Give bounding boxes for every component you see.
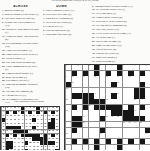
cell-number: 23: [134, 99, 136, 101]
grid-cell[interactable]: [145, 76, 150, 81]
solution-letter: C: [6, 138, 8, 141]
clue-item: 33 Short lyric poem (3): [92, 56, 149, 59]
grid-cell[interactable]: [77, 82, 82, 87]
grid-cell[interactable]: [128, 128, 133, 133]
grid-cell[interactable]: [77, 76, 82, 81]
clue-item: 30 Unit of heredity (4): [92, 48, 149, 51]
grid-cell[interactable]: [106, 133, 111, 138]
solution-letter: A: [52, 149, 54, 150]
grid-cell[interactable]: [145, 122, 150, 127]
grid-cell[interactable]: [89, 128, 94, 133]
clue-item: 1 Public transport vehicle (3): [43, 9, 80, 12]
clue-item: 10 See with one's own eyes (3): [92, 8, 149, 11]
solution-letter: H: [45, 107, 47, 110]
grid-cell[interactable]: 36: [77, 128, 82, 133]
black-cell: [140, 71, 145, 76]
grid-cell[interactable]: 38: [66, 133, 71, 138]
clue-text: Glass of beer (3): [45, 25, 63, 28]
solution-letter: U: [48, 138, 50, 141]
grid-cell[interactable]: [83, 128, 88, 133]
clue-item: 20 Signal assent with the head (3): [2, 53, 39, 56]
previous-solution-grid: SCARFATESHARDALEVLETECONGRATULATIONSLENT…: [0, 106, 60, 151]
solution-letter: E: [18, 123, 20, 126]
grid-cell[interactable]: [123, 128, 128, 133]
black-cell: [117, 145, 122, 150]
cell-number: 19: [94, 93, 96, 95]
grid-cell[interactable]: [94, 110, 99, 115]
grid-cell[interactable]: [134, 76, 139, 81]
solution-letter: L: [33, 130, 35, 133]
grid-cell[interactable]: 12: [94, 76, 99, 81]
grid-cell[interactable]: [106, 65, 111, 70]
grid-cell[interactable]: [77, 133, 82, 138]
grid-cell[interactable]: 3: [89, 65, 94, 70]
clue-text: Work out by reasoning (5): [45, 17, 73, 20]
grid-cell[interactable]: [89, 71, 94, 76]
clue-item: 3 Work out by reasoning (5): [43, 17, 80, 20]
grid-cell[interactable]: [145, 145, 150, 150]
grid-cell[interactable]: 11: [83, 76, 88, 81]
solution-letter: R: [3, 142, 5, 145]
black-cell: [77, 116, 82, 121]
black-cell: [83, 105, 88, 110]
solution-letter: A: [45, 130, 47, 133]
cell-number: 3: [89, 65, 90, 67]
solution-letter: A: [33, 123, 35, 126]
black-cell: [100, 116, 105, 121]
black-cell: [83, 139, 88, 144]
grid-cell[interactable]: [100, 71, 105, 76]
grid-cell[interactable]: [123, 99, 128, 104]
clue-text: Musical drama (5): [4, 9, 24, 12]
solution-letter: C: [3, 115, 5, 118]
grid-cell[interactable]: 20: [117, 93, 122, 98]
clue-item: 5 Glass of beer (3): [43, 25, 80, 28]
down-clue-column-1: DOWN 1 Public transport vehicle (3)2 Wea…: [43, 5, 80, 63]
grid-cell[interactable]: [83, 88, 88, 93]
grid-cell[interactable]: [89, 139, 94, 144]
solution-letter: E: [41, 149, 43, 150]
clue-text: Unit of heredity (4): [95, 48, 116, 51]
clue-item: 6 Loft space under the roof (5): [2, 17, 39, 20]
clue-text: For all time to come (8): [95, 40, 120, 43]
solution-letter: T: [29, 107, 31, 110]
solution-letter: S: [29, 119, 31, 122]
grid-cell[interactable]: [111, 139, 116, 144]
solution-letter: L: [7, 119, 9, 122]
black-cell: [83, 99, 88, 104]
clue-text: Careless and untidy (8): [45, 29, 70, 32]
clue-item: 17 Flightless South American bird (4): [2, 35, 39, 41]
black-cell: [140, 82, 145, 87]
solution-letter: T: [3, 149, 5, 150]
grid-cell[interactable]: 43: [123, 145, 128, 150]
clue-text: Thick sea mist (3): [5, 57, 24, 60]
grid-cell[interactable]: [106, 145, 111, 150]
grid-cell[interactable]: 21: [66, 99, 71, 104]
grid-cell[interactable]: [100, 88, 105, 93]
grid-cell[interactable]: [94, 122, 99, 127]
solution-letter: R: [14, 107, 16, 110]
grid-cell[interactable]: [100, 110, 105, 115]
clue-item: 22 One who draws up maps (8): [2, 61, 39, 64]
grid-cell[interactable]: [111, 128, 116, 133]
cell-number: 14: [117, 76, 119, 78]
black-cell: [117, 139, 122, 144]
page-byline: Weekend crossword No 28,514 set by Falco…: [0, 0, 150, 3]
solution-letter: R: [18, 149, 20, 150]
grid-cell[interactable]: [134, 82, 139, 87]
cell-number: 37: [106, 127, 108, 129]
clue-text: Make an attempt (3): [5, 76, 27, 79]
grid-cell[interactable]: [145, 93, 150, 98]
solution-letter: I: [45, 119, 46, 122]
clue-text: Sports stadium (5): [95, 60, 115, 63]
down-clue-list-1: 1 Public transport vehicle (3)2 Wear awa…: [43, 9, 80, 36]
clue-item: 18 Overwhelming election victory (12): [2, 42, 39, 48]
grid-cell[interactable]: 16: [72, 82, 77, 87]
grid-cell[interactable]: [123, 105, 128, 110]
cell-number: 43: [123, 144, 125, 146]
clue-text: See with one's own eyes (3): [95, 8, 125, 11]
black-cell: [128, 110, 133, 115]
grid-cell[interactable]: [111, 76, 116, 81]
black-cell: [72, 105, 77, 110]
grid-cell[interactable]: [145, 71, 150, 76]
solution-letter: A: [22, 126, 24, 129]
solution-letter: P: [41, 134, 43, 137]
black-cell: [111, 105, 116, 110]
clue-item: 12 Highest point reached (4): [92, 16, 149, 19]
cell-number: 7: [134, 65, 135, 67]
solution-letter: M: [29, 142, 31, 145]
grid-cell[interactable]: [134, 139, 139, 144]
clue-text: Lasting for ever (7): [5, 94, 26, 97]
grid-cell[interactable]: [106, 88, 111, 93]
solution-letter: S: [52, 138, 54, 141]
clue-text: Loft space under the roof (5): [4, 17, 35, 20]
cell-number: 9: [66, 76, 67, 78]
grid-cell[interactable]: [145, 82, 150, 87]
clue-text: Showing no thought for others (12): [5, 83, 38, 89]
grid-cell[interactable]: [66, 116, 71, 121]
cell-number: 30: [117, 116, 119, 118]
grid-cell[interactable]: 39: [100, 133, 105, 138]
grid-cell[interactable]: [111, 88, 116, 93]
cell-number: 29: [111, 116, 113, 118]
grid-cell[interactable]: [123, 71, 128, 76]
solution-letter: N: [33, 149, 35, 150]
clue-text: Wear away over time (5): [45, 13, 71, 16]
grid-cell[interactable]: [111, 71, 116, 76]
grid-cell[interactable]: [128, 99, 133, 104]
solution-letter: A: [29, 130, 31, 133]
across-header: ACROSS: [2, 5, 39, 9]
grid-cell[interactable]: [72, 133, 77, 138]
down-clue-column-2: 8 Thoughtfulness for other people (11)10…: [92, 5, 149, 63]
grid-cell[interactable]: [123, 133, 128, 138]
grid-cell[interactable]: 35: [140, 122, 145, 127]
cell-number: 16: [72, 82, 74, 84]
clue-text: Wireless set in the kitchen (5): [95, 20, 127, 23]
grid-cell[interactable]: [89, 88, 94, 93]
black-cell: [72, 116, 77, 121]
solution-letter: I: [22, 119, 23, 122]
grid-cell[interactable]: [83, 133, 88, 138]
cell-number: 35: [140, 122, 142, 124]
clue-item: 4 Mineral spring at a spa resort (3): [2, 13, 39, 16]
solution-letter: R: [56, 119, 58, 122]
grid-cell[interactable]: [123, 82, 128, 87]
grid-cell[interactable]: 42: [100, 145, 105, 150]
grid-cell[interactable]: 24: [89, 105, 94, 110]
grid-cell[interactable]: [140, 128, 145, 133]
grid-cell[interactable]: [77, 88, 82, 93]
clue-item: 16 Italian rice dish cooked in stock (7): [2, 28, 39, 34]
cell-number: 27: [83, 116, 85, 118]
grid-cell[interactable]: [134, 71, 139, 76]
clue-text: Dry and quietly humorous (5): [95, 24, 127, 27]
grid-cell[interactable]: 30: [117, 116, 122, 121]
grid-cell[interactable]: [145, 139, 150, 144]
grid-cell[interactable]: [77, 145, 82, 150]
black-cell: [55, 149, 58, 150]
grid-cell[interactable]: 29: [111, 116, 116, 121]
black-cell: [72, 139, 77, 144]
cell-number: 40: [146, 133, 148, 135]
clue-text: Treat with utter scorn (6): [45, 21, 72, 24]
clue-item: 4 Treat with utter scorn (6): [43, 21, 80, 24]
grid-cell[interactable]: [140, 99, 145, 104]
black-cell: [140, 139, 145, 144]
grid-cell[interactable]: [117, 122, 122, 127]
grid-cell[interactable]: [94, 133, 99, 138]
grid-cell[interactable]: 17: [117, 82, 122, 87]
grid-cell[interactable]: [77, 71, 82, 76]
solution-letter: I: [26, 138, 27, 141]
grid-cell[interactable]: [77, 110, 82, 115]
grid-cell[interactable]: [100, 82, 105, 87]
solution-letter: R: [52, 107, 54, 110]
grid-cell[interactable]: [111, 99, 116, 104]
grid-cell[interactable]: [100, 93, 105, 98]
grid-cell[interactable]: [140, 65, 145, 70]
cell-number: 34: [134, 122, 136, 124]
grid-cell[interactable]: [83, 82, 88, 87]
grid-cell[interactable]: [89, 122, 94, 127]
cell-number: 26: [134, 110, 136, 112]
clue-text: Highest point reached (4): [95, 16, 122, 19]
clue-text: Come to light slowly (6): [95, 44, 121, 47]
grid-cell[interactable]: [72, 99, 77, 104]
clue-item: 8 Thoughtfulness for other people (11): [92, 5, 149, 8]
solution-letter: T: [37, 149, 39, 150]
clue-text: Noisy commotion in the street (8): [5, 65, 37, 71]
grid-cell[interactable]: [134, 145, 139, 150]
grid-cell[interactable]: [140, 133, 145, 138]
grid-cell[interactable]: [72, 110, 77, 115]
grid-cell[interactable]: [72, 88, 77, 93]
black-cell: [89, 93, 94, 98]
grid-cell[interactable]: [89, 76, 94, 81]
grid-cell[interactable]: 26: [134, 110, 139, 115]
clue-text: Old country tavern (3): [5, 79, 29, 82]
grid-cell[interactable]: [83, 145, 88, 150]
black-cell: [128, 139, 133, 144]
grid-cell[interactable]: [94, 116, 99, 121]
solution-letter: D: [37, 142, 39, 145]
grid-cell[interactable]: [89, 116, 94, 121]
grid-cell[interactable]: [89, 110, 94, 115]
grid-cell[interactable]: [140, 110, 145, 115]
grid-cell[interactable]: [117, 99, 122, 104]
grid-cell[interactable]: [89, 133, 94, 138]
grid-cell[interactable]: [123, 93, 128, 98]
grid-cell[interactable]: 7: [134, 65, 139, 70]
solution-letter: A: [14, 142, 16, 145]
grid-cell[interactable]: [111, 145, 116, 150]
grid-cell[interactable]: [94, 82, 99, 87]
grid-cell[interactable]: 40: [145, 133, 150, 138]
grid-cell[interactable]: 5: [111, 65, 116, 70]
solution-letter: G: [14, 149, 16, 150]
grid-cell[interactable]: 31: [83, 122, 88, 127]
grid-cell[interactable]: [72, 65, 77, 70]
black-cell: [94, 65, 99, 70]
grid-cell[interactable]: [117, 128, 122, 133]
grid-cell[interactable]: 9: [66, 76, 71, 81]
cell-number: 1: [66, 65, 67, 67]
cell-number: 38: [66, 133, 68, 135]
solution-letter: U: [33, 142, 35, 145]
grid-cell[interactable]: 13: [106, 76, 111, 81]
grid-cell[interactable]: 22: [106, 99, 111, 104]
across-clue-list: 1 Musical drama (5)4 Mineral spring at a…: [2, 9, 39, 102]
black-cell: [72, 128, 77, 133]
grid-cell[interactable]: 2: [77, 65, 82, 70]
cell-number: 28: [106, 116, 108, 118]
grid-cell[interactable]: 32: [123, 122, 128, 127]
solution-letter: R: [6, 123, 8, 126]
grid-cell[interactable]: [145, 99, 150, 104]
solution-letter: C: [10, 123, 12, 126]
cell-number: 6: [123, 65, 124, 67]
cell-number: 12: [94, 76, 96, 78]
down-clue-list-2: 8 Thoughtfulness for other people (11)10…: [92, 5, 149, 63]
clue-item: 29 Come to light slowly (6): [92, 44, 149, 47]
grid-cell[interactable]: 4: [100, 65, 105, 70]
clue-item: 32 Happen as a result (5): [92, 52, 149, 55]
grid-cell[interactable]: 8: [145, 65, 150, 70]
solution-letter: T: [18, 142, 20, 145]
grid-cell[interactable]: [77, 105, 82, 110]
crossword-grid[interactable]: 1234567891011121314151617181920212223242…: [64, 64, 150, 150]
grid-cell[interactable]: [117, 133, 122, 138]
grid-cell[interactable]: 23: [134, 99, 139, 104]
grid-cell[interactable]: [72, 145, 77, 150]
grid-cell[interactable]: 33: [128, 122, 133, 127]
cell-number: 2: [77, 65, 78, 67]
black-cell: [111, 82, 116, 87]
grid-cell[interactable]: [66, 122, 71, 127]
grid-cell[interactable]: 41: [66, 145, 71, 150]
cell-number: 31: [83, 122, 85, 124]
grid-cell[interactable]: [123, 88, 128, 93]
grid-cell[interactable]: [106, 82, 111, 87]
cell-number: 21: [66, 99, 68, 101]
grid-cell[interactable]: [100, 122, 105, 127]
grid-cell[interactable]: [128, 93, 133, 98]
grid-cell[interactable]: [145, 105, 150, 110]
grid-cell[interactable]: 28: [106, 116, 111, 121]
cell-number: 24: [89, 105, 91, 107]
black-cell: [117, 105, 122, 110]
clue-text: Public transport vehicle (3): [45, 9, 74, 12]
clue-text: Short lyric poem (3): [95, 56, 117, 59]
grid-cell[interactable]: 1: [66, 65, 71, 70]
black-cell: [94, 99, 99, 104]
grid-cell[interactable]: 18: [66, 88, 71, 93]
grid-cell[interactable]: [89, 82, 94, 87]
grid-cell[interactable]: [145, 110, 150, 115]
grid-cell[interactable]: [77, 139, 82, 144]
grid-cell[interactable]: [111, 122, 116, 127]
cell-number: 25: [66, 110, 68, 112]
grid-cell[interactable]: [128, 145, 133, 150]
grid-cell[interactable]: 34: [134, 122, 139, 127]
black-cell: [117, 65, 122, 70]
grid-cell[interactable]: 37: [106, 128, 111, 133]
clue-item: 2 Wear away over time (5): [43, 13, 80, 16]
grid-cell[interactable]: [145, 116, 150, 121]
grid-cell[interactable]: [128, 88, 133, 93]
solution-letter: S: [26, 146, 28, 149]
grid-cell[interactable]: 25: [66, 110, 71, 115]
clue-item: 37 Lasting for ever (7): [2, 94, 39, 97]
grid-cell[interactable]: 6: [123, 65, 128, 70]
grid-cell[interactable]: [140, 145, 145, 150]
grid-cell[interactable]: [134, 128, 139, 133]
grid-cell[interactable]: [128, 133, 133, 138]
clue-text: Mineral spring at a spa resort (3): [4, 13, 39, 16]
cell-number: 36: [77, 127, 79, 129]
grid-cell[interactable]: [100, 76, 105, 81]
grid-cell[interactable]: [89, 145, 94, 150]
solution-letter: G: [25, 126, 27, 129]
grid-cell[interactable]: [128, 65, 133, 70]
solution-letter: A: [29, 149, 31, 150]
grid-cell[interactable]: [123, 76, 128, 81]
solution-letter: C: [6, 107, 8, 110]
solution-letter: N: [14, 119, 16, 122]
grid-cell[interactable]: [77, 99, 82, 104]
grid-cell[interactable]: 19: [94, 93, 99, 98]
grid-cell[interactable]: [140, 76, 145, 81]
cell-number: 4: [100, 65, 101, 67]
grid-cell[interactable]: [111, 133, 116, 138]
clue-text: Fierce rivalry between teams (11): [95, 32, 131, 35]
black-cell: [77, 93, 82, 98]
cell-number: 41: [66, 144, 68, 146]
grid-cell[interactable]: [134, 133, 139, 138]
grid-cell[interactable]: [83, 65, 88, 70]
black-cell: [111, 93, 116, 98]
grid-cell[interactable]: 15: [128, 76, 133, 81]
grid-cell[interactable]: [94, 128, 99, 133]
grid-cell[interactable]: [145, 88, 150, 93]
clue-text: Large tailless primate (3): [5, 49, 32, 52]
grid-cell[interactable]: [128, 82, 133, 87]
